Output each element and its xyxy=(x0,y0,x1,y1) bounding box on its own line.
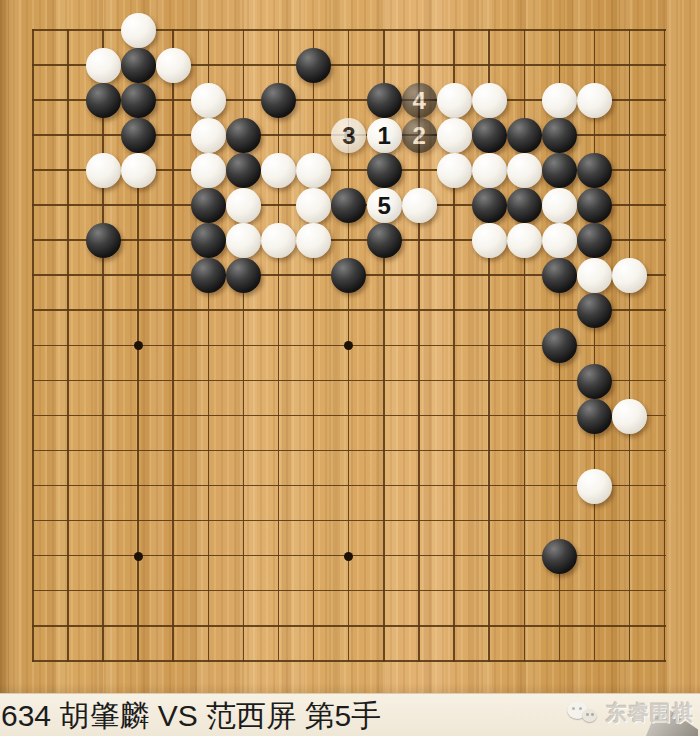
move-label-2: 2 xyxy=(413,124,426,148)
star-point xyxy=(134,552,143,561)
stone-white-4-1 xyxy=(121,13,156,48)
stone-white-4-5 xyxy=(121,153,156,188)
stone-white-6-3 xyxy=(191,83,226,118)
stone-white-11-4: 1 xyxy=(367,118,402,153)
stone-white-14-7 xyxy=(472,223,507,258)
stone-black-4-3 xyxy=(121,83,156,118)
stone-black-14-6 xyxy=(472,188,507,223)
game-caption: 634 胡肇麟 VS 范西屏 第5手 xyxy=(1,695,381,736)
move-label-3: 3 xyxy=(342,124,355,148)
stone-black-11-7 xyxy=(367,223,402,258)
move-label-4: 4 xyxy=(413,89,426,113)
stone-black-12-4: 2 xyxy=(402,118,437,153)
stone-black-3-3 xyxy=(86,83,121,118)
stone-black-17-12 xyxy=(577,399,612,434)
stone-black-15-4 xyxy=(507,118,542,153)
stone-white-6-4 xyxy=(191,118,226,153)
stone-white-14-5 xyxy=(472,153,507,188)
stone-white-17-14 xyxy=(577,469,612,504)
stone-black-17-11 xyxy=(577,364,612,399)
go-board[interactable]: 43125 xyxy=(0,0,700,693)
stone-black-4-2 xyxy=(121,48,156,83)
stone-black-11-3 xyxy=(367,83,402,118)
stone-white-15-5 xyxy=(507,153,542,188)
stone-black-12-3: 4 xyxy=(402,83,437,118)
stone-black-11-5 xyxy=(367,153,402,188)
move-label-1: 1 xyxy=(377,124,390,148)
chat-bubble-small-icon xyxy=(582,709,597,722)
screenshot-root: 43125 634 胡肇麟 VS 范西屏 第5手 东睿围棋 xyxy=(0,0,700,736)
stone-white-16-3 xyxy=(542,83,577,118)
stone-white-12-6 xyxy=(402,188,437,223)
stone-white-3-5 xyxy=(86,153,121,188)
wechat-mascot-icon xyxy=(567,700,601,726)
stone-black-3-7 xyxy=(86,223,121,258)
watermark: 东睿围棋 xyxy=(567,698,694,728)
stone-white-3-2 xyxy=(86,48,121,83)
stone-white-18-12 xyxy=(612,399,647,434)
stone-white-5-2 xyxy=(156,48,191,83)
stone-white-13-4 xyxy=(437,118,472,153)
stone-black-4-4 xyxy=(121,118,156,153)
stone-black-14-4 xyxy=(472,118,507,153)
stone-black-16-16 xyxy=(542,539,577,574)
stone-white-6-5 xyxy=(191,153,226,188)
stone-white-14-3 xyxy=(472,83,507,118)
move-label-5: 5 xyxy=(377,194,390,218)
stone-white-13-5 xyxy=(437,153,472,188)
stone-white-11-6: 5 xyxy=(367,188,402,223)
watermark-text: 东睿围棋 xyxy=(606,699,694,727)
stone-white-13-3 xyxy=(437,83,472,118)
